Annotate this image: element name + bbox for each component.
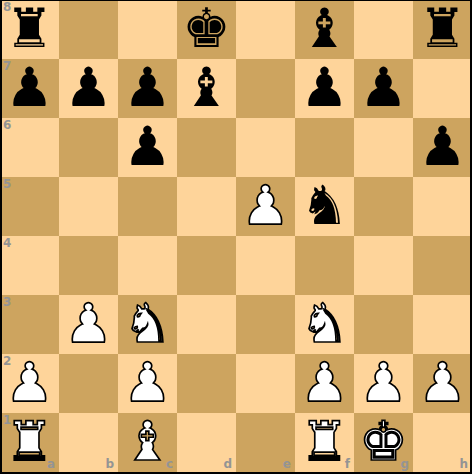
square-f1[interactable]: f♜ [295,413,354,472]
square-c6[interactable]: ♟ [118,118,177,177]
piece-white-rook[interactable]: ♜ [5,415,53,469]
rank-label-4: 4 [3,237,11,249]
rank-label-5: 5 [3,178,11,190]
square-b1[interactable]: b [59,413,118,472]
square-a6[interactable]: 6 [0,118,59,177]
square-h2[interactable]: ♟ [413,354,472,413]
piece-white-knight[interactable]: ♞ [300,297,348,351]
piece-black-pawn[interactable]: ♟ [64,61,112,115]
chess-board[interactable]: 8♜♚♝♜7♟♟♟♝♟♟6♟♟5♟♞43♟♞♞2♟♟♟♟♟1a♜bc♝def♜g… [0,0,472,472]
square-f5[interactable]: ♞ [295,177,354,236]
piece-white-bishop[interactable]: ♝ [123,415,171,469]
piece-black-rook[interactable]: ♜ [418,2,466,56]
square-a5[interactable]: 5 [0,177,59,236]
square-b7[interactable]: ♟ [59,59,118,118]
square-f6[interactable] [295,118,354,177]
piece-black-pawn[interactable]: ♟ [123,61,171,115]
square-b3[interactable]: ♟ [59,295,118,354]
piece-black-bishop[interactable]: ♝ [182,61,230,115]
square-e6[interactable] [236,118,295,177]
square-h7[interactable] [413,59,472,118]
square-a8[interactable]: 8♜ [0,0,59,59]
rank-label-6: 6 [3,119,11,131]
chess-app-frame: 8♜♚♝♜7♟♟♟♝♟♟6♟♟5♟♞43♟♞♞2♟♟♟♟♟1a♜bc♝def♜g… [0,0,472,474]
square-c5[interactable] [118,177,177,236]
square-g6[interactable] [354,118,413,177]
piece-black-pawn[interactable]: ♟ [300,61,348,115]
piece-black-pawn[interactable]: ♟ [359,61,407,115]
square-b5[interactable] [59,177,118,236]
square-b6[interactable] [59,118,118,177]
square-g1[interactable]: g♚ [354,413,413,472]
square-b8[interactable] [59,0,118,59]
square-f7[interactable]: ♟ [295,59,354,118]
piece-white-pawn[interactable]: ♟ [123,356,171,410]
piece-white-pawn[interactable]: ♟ [359,356,407,410]
file-label-b: b [105,458,114,470]
square-d7[interactable]: ♝ [177,59,236,118]
square-g4[interactable] [354,236,413,295]
square-h3[interactable] [413,295,472,354]
square-a4[interactable]: 4 [0,236,59,295]
square-c8[interactable] [118,0,177,59]
square-d8[interactable]: ♚ [177,0,236,59]
piece-white-king[interactable]: ♚ [359,415,407,469]
square-d6[interactable] [177,118,236,177]
square-c2[interactable]: ♟ [118,354,177,413]
piece-black-pawn[interactable]: ♟ [123,120,171,174]
square-c4[interactable] [118,236,177,295]
square-d1[interactable]: d [177,413,236,472]
square-f3[interactable]: ♞ [295,295,354,354]
file-label-d: d [223,458,232,470]
square-e1[interactable]: e [236,413,295,472]
square-c3[interactable]: ♞ [118,295,177,354]
piece-black-bishop[interactable]: ♝ [300,2,348,56]
square-b4[interactable] [59,236,118,295]
square-d4[interactable] [177,236,236,295]
piece-white-pawn[interactable]: ♟ [418,356,466,410]
rank-label-3: 3 [3,296,11,308]
square-a2[interactable]: 2♟ [0,354,59,413]
square-d5[interactable] [177,177,236,236]
piece-white-pawn[interactable]: ♟ [64,297,112,351]
piece-black-pawn[interactable]: ♟ [418,120,466,174]
square-e8[interactable] [236,0,295,59]
piece-white-pawn[interactable]: ♟ [241,179,289,233]
square-h4[interactable] [413,236,472,295]
square-e3[interactable] [236,295,295,354]
square-a3[interactable]: 3 [0,295,59,354]
square-e2[interactable] [236,354,295,413]
piece-black-rook[interactable]: ♜ [5,2,53,56]
square-e4[interactable] [236,236,295,295]
square-f8[interactable]: ♝ [295,0,354,59]
square-g3[interactable] [354,295,413,354]
square-a1[interactable]: 1a♜ [0,413,59,472]
square-h6[interactable]: ♟ [413,118,472,177]
file-label-e: e [283,458,291,470]
square-e5[interactable]: ♟ [236,177,295,236]
square-h5[interactable] [413,177,472,236]
piece-white-pawn[interactable]: ♟ [5,356,53,410]
square-d3[interactable] [177,295,236,354]
square-c1[interactable]: c♝ [118,413,177,472]
square-h8[interactable]: ♜ [413,0,472,59]
piece-white-knight[interactable]: ♞ [123,297,171,351]
square-f4[interactable] [295,236,354,295]
piece-white-rook[interactable]: ♜ [300,415,348,469]
piece-black-knight[interactable]: ♞ [300,179,348,233]
square-h1[interactable]: h [413,413,472,472]
square-g8[interactable] [354,0,413,59]
piece-white-pawn[interactable]: ♟ [300,356,348,410]
square-b2[interactable] [59,354,118,413]
square-a7[interactable]: 7♟ [0,59,59,118]
piece-black-pawn[interactable]: ♟ [5,61,53,115]
square-g2[interactable]: ♟ [354,354,413,413]
square-d2[interactable] [177,354,236,413]
square-c7[interactable]: ♟ [118,59,177,118]
square-e7[interactable] [236,59,295,118]
square-g7[interactable]: ♟ [354,59,413,118]
square-f2[interactable]: ♟ [295,354,354,413]
square-g5[interactable] [354,177,413,236]
file-label-h: h [459,458,468,470]
piece-black-king[interactable]: ♚ [182,2,230,56]
